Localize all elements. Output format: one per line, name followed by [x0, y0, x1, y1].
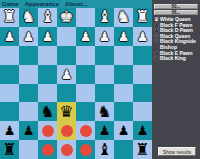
white-pawn-piece: ♟: [80, 29, 92, 42]
board-square[interactable]: ♝: [95, 8, 114, 27]
black-rook-piece: ♜: [2, 141, 16, 157]
candidate-square-dot: [61, 144, 73, 156]
black-bishop-piece: ♝: [97, 141, 111, 157]
board-square[interactable]: [133, 46, 152, 65]
white-pawn-piece: ♟: [99, 29, 111, 42]
candidate-square-dot: [42, 144, 54, 156]
candidate-square-dot: [61, 125, 73, 137]
menu-about[interactable]: About...: [65, 0, 87, 8]
white-pawn-piece: ♟: [42, 29, 54, 42]
chess-board: ♜♞♝♚♝♞♜♟♟♟♟♟♟♟♟♞♛♞♟♟♟♟♟♜♝♜: [0, 8, 152, 159]
board-square[interactable]: [76, 8, 95, 27]
black-piece-icon: ♚: [154, 56, 159, 62]
show-results-button[interactable]: Show results: [158, 147, 196, 156]
board-square[interactable]: ♟: [38, 27, 57, 46]
board-square[interactable]: [95, 84, 114, 103]
board-square[interactable]: [19, 102, 38, 121]
board-square[interactable]: ♞: [19, 8, 38, 27]
black-piece-icon: ♝: [154, 39, 159, 45]
board-square[interactable]: [76, 140, 95, 159]
black-pawn-piece: ♟: [23, 124, 35, 137]
board-square[interactable]: [19, 140, 38, 159]
board-square[interactable]: ♟: [114, 27, 133, 46]
board-square[interactable]: ♟: [19, 121, 38, 140]
board-square[interactable]: ♟: [0, 27, 19, 46]
board-square[interactable]: [0, 102, 19, 121]
board-square[interactable]: [76, 65, 95, 84]
board-square[interactable]: ♟: [19, 27, 38, 46]
black-knight-piece: ♞: [97, 103, 111, 119]
piece-list: ♛White Queen♟Black F Pawn♟Black D Pawn♛B…: [152, 17, 200, 62]
board-square[interactable]: ♟: [114, 121, 133, 140]
side-panel: 50... 56... ♛White Queen♟Black F Pawn♟Bl…: [152, 0, 200, 159]
board-square[interactable]: ♟: [133, 121, 152, 140]
white-bishop-piece: ♝: [40, 9, 54, 25]
board-square[interactable]: ♞: [38, 102, 57, 121]
white-king-piece: ♚: [59, 9, 73, 25]
candidate-square-dot: [80, 125, 92, 137]
board-square[interactable]: ♟: [57, 65, 76, 84]
black-pawn-piece: ♟: [118, 124, 130, 137]
board-square[interactable]: [19, 46, 38, 65]
piece-list-item[interactable]: ♚Black King: [154, 56, 200, 62]
board-square[interactable]: ♞: [95, 102, 114, 121]
board-square[interactable]: [76, 121, 95, 140]
board-square[interactable]: [114, 65, 133, 84]
board-square[interactable]: ♟: [133, 27, 152, 46]
board-square[interactable]: [114, 140, 133, 159]
board-square[interactable]: [57, 140, 76, 159]
board-square[interactable]: [95, 65, 114, 84]
board-square[interactable]: [19, 84, 38, 103]
board-square[interactable]: ♟: [0, 121, 19, 140]
board-square[interactable]: ♜: [0, 8, 19, 27]
black-pawn-piece: ♟: [99, 124, 111, 137]
board-square[interactable]: [38, 65, 57, 84]
board-square[interactable]: ♜: [133, 140, 152, 159]
white-bishop-piece: ♝: [97, 9, 111, 25]
candidate-square-dot: [80, 144, 92, 156]
board-square[interactable]: [133, 102, 152, 121]
board-square[interactable]: [114, 84, 133, 103]
board-square[interactable]: [57, 84, 76, 103]
board-square[interactable]: [0, 84, 19, 103]
menu-bar: Game Appearance About...: [0, 0, 152, 8]
board-square[interactable]: ♟: [95, 27, 114, 46]
menu-appearance[interactable]: Appearance: [25, 0, 59, 8]
board-square[interactable]: [57, 46, 76, 65]
menu-game[interactable]: Game: [2, 0, 19, 8]
black-knight-piece: ♞: [40, 103, 54, 119]
board-square[interactable]: ♜: [133, 8, 152, 27]
board-square[interactable]: [133, 65, 152, 84]
board-square[interactable]: ♚: [57, 8, 76, 27]
board-square[interactable]: [38, 84, 57, 103]
white-pawn-piece: ♟: [23, 29, 35, 42]
board-square[interactable]: [19, 65, 38, 84]
board-square[interactable]: [57, 27, 76, 46]
board-square[interactable]: ♟: [95, 121, 114, 140]
board-square[interactable]: ♝: [95, 140, 114, 159]
white-pawn-piece: ♟: [137, 29, 149, 42]
board-square[interactable]: [38, 46, 57, 65]
white-rook-piece: ♜: [2, 9, 16, 25]
board-square[interactable]: [95, 46, 114, 65]
chess-app-window: Game Appearance About... ♜♞♝♚♝♞♜♟♟♟♟♟♟♟♟…: [0, 0, 200, 159]
board-square[interactable]: [76, 46, 95, 65]
board-square[interactable]: ♞: [114, 8, 133, 27]
board-square[interactable]: [76, 84, 95, 103]
board-square[interactable]: [76, 102, 95, 121]
piece-list-label: Black Kingside Bishop: [160, 39, 200, 50]
board-square[interactable]: ♝: [38, 8, 57, 27]
black-pawn-piece: ♟: [4, 124, 16, 137]
board-square[interactable]: ♜: [0, 140, 19, 159]
white-pawn-piece: ♟: [61, 67, 73, 80]
board-square[interactable]: ♟: [76, 27, 95, 46]
white-pawn-piece: ♟: [118, 29, 130, 42]
black-rook-piece: ♜: [135, 141, 149, 157]
board-square[interactable]: [114, 46, 133, 65]
black-queen-piece: ♛: [59, 103, 73, 119]
white-knight-piece: ♞: [21, 9, 35, 25]
board-square[interactable]: [0, 65, 19, 84]
piece-list-item[interactable]: ♝Black Kingside Bishop: [154, 39, 200, 50]
white-pawn-piece: ♟: [4, 29, 16, 42]
counter-bar-bottom[interactable]: 56...: [154, 10, 198, 15]
white-knight-piece: ♞: [116, 9, 130, 25]
board-square[interactable]: [57, 121, 76, 140]
candidate-square-dot: [42, 125, 54, 137]
board-square[interactable]: [114, 102, 133, 121]
white-rook-piece: ♜: [135, 9, 149, 25]
board-square[interactable]: ♛: [57, 102, 76, 121]
counter-bar-top[interactable]: 50...: [154, 4, 198, 9]
piece-list-label: Black King: [160, 56, 186, 62]
black-pawn-piece: ♟: [137, 124, 149, 137]
board-square[interactable]: [133, 84, 152, 103]
board-square[interactable]: [38, 140, 57, 159]
board-square[interactable]: [38, 121, 57, 140]
board-square[interactable]: [0, 46, 19, 65]
